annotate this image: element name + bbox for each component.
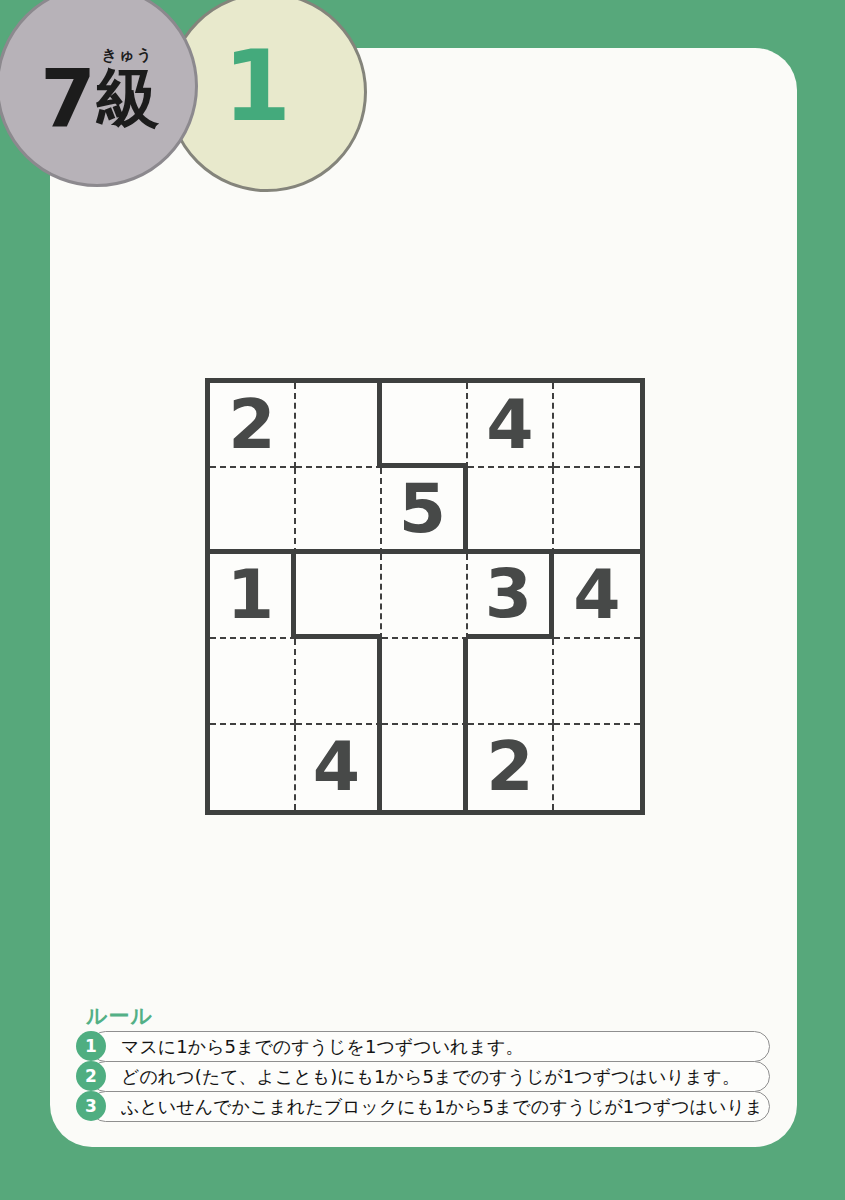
- rule-text-3: ふといせんでかこまれたブロックにも1から5までのすうじが1つずつはいります。: [121, 1092, 759, 1121]
- rule-row-1: マスに1から5までのすうじを1つずついれます。1: [90, 1031, 770, 1062]
- given-r3c1[interactable]: 1: [210, 554, 296, 639]
- cell-r3c3[interactable]: [382, 554, 468, 639]
- level-kanji: 級: [96, 66, 160, 130]
- cell-r4c3[interactable]: [382, 639, 468, 724]
- given-r3c4[interactable]: 3: [468, 554, 554, 639]
- cell-r4c4[interactable]: [468, 639, 554, 724]
- rules-list: マスに1から5までのすうじを1つずついれます。1どのれつ(たて、よことも)にも1…: [90, 1032, 770, 1122]
- cell-r1c5[interactable]: [554, 383, 640, 468]
- level-number: 7: [40, 68, 96, 130]
- cell-r2c4[interactable]: [468, 468, 554, 553]
- puzzle-grid: 24513442: [205, 378, 645, 815]
- puzzle-number: 1: [223, 37, 291, 135]
- rule-row-3: ふといせんでかこまれたブロックにも1から5までのすうじが1つずつはいります。3: [90, 1091, 770, 1122]
- rule-number-badge-1: 1: [76, 1031, 106, 1061]
- cell-r4c5[interactable]: [554, 639, 640, 724]
- given-r5c4[interactable]: 2: [468, 725, 554, 810]
- given-r5c2[interactable]: 4: [296, 725, 382, 810]
- cell-r2c2[interactable]: [296, 468, 382, 553]
- rule-number-badge-2: 2: [76, 1061, 106, 1091]
- rule-pill-3: ふといせんでかこまれたブロックにも1から5までのすうじが1つずつはいります。: [90, 1091, 770, 1122]
- cell-r5c5[interactable]: [554, 725, 640, 810]
- rule-text-1: マスに1から5までのすうじを1つずついれます。: [121, 1032, 759, 1061]
- cell-r5c1[interactable]: [210, 725, 296, 810]
- rule-pill-1: マスに1から5までのすうじを1つずついれます。: [90, 1031, 770, 1062]
- given-r1c4[interactable]: 4: [468, 383, 554, 468]
- cell-r3c2[interactable]: [296, 554, 382, 639]
- cell-r1c3[interactable]: [382, 383, 468, 468]
- rule-row-2: どのれつ(たて、よことも)にも1から5までのすうじが1つずつはいります。2: [90, 1061, 770, 1092]
- given-r2c3[interactable]: 5: [382, 468, 468, 553]
- level-text: 7 きゅう 級: [40, 48, 160, 130]
- cell-r4c2[interactable]: [296, 639, 382, 724]
- cell-r2c1[interactable]: [210, 468, 296, 553]
- rule-text-2: どのれつ(たて、よことも)にも1から5までのすうじが1つずつはいります。: [121, 1062, 759, 1091]
- rules-title: ルール: [86, 1002, 153, 1030]
- rule-number-badge-3: 3: [76, 1091, 106, 1121]
- rule-pill-2: どのれつ(たて、よことも)にも1から5までのすうじが1つずつはいります。: [90, 1061, 770, 1092]
- workbook-page: 1 7 きゅう 級 24513442 ルール マスに1から5までのすうじを1つず…: [0, 0, 845, 1200]
- cell-r1c2[interactable]: [296, 383, 382, 468]
- given-r3c5[interactable]: 4: [554, 554, 640, 639]
- given-r1c1[interactable]: 2: [210, 383, 296, 468]
- cell-r2c5[interactable]: [554, 468, 640, 553]
- cell-r4c1[interactable]: [210, 639, 296, 724]
- cell-r5c3[interactable]: [382, 725, 468, 810]
